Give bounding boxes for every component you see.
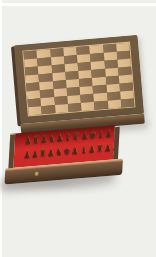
chess-box: ♟♜♟♞♟♝♛♟♚♝♟♜ ♟♟♜♟♞♚♟♝♟♜♟♟ bbox=[14, 35, 150, 195]
board-square bbox=[41, 105, 55, 114]
page-left-gutter bbox=[0, 0, 2, 257]
product-photo: ♟♜♟♞♟♝♛♟♚♝♟♜ ♟♟♜♟♞♚♟♝♟♜♟♟ bbox=[0, 0, 156, 257]
board-square bbox=[94, 101, 108, 110]
chess-piece: ♝ bbox=[97, 129, 104, 140]
chess-piece: ♟ bbox=[24, 135, 31, 146]
board-grid bbox=[22, 42, 135, 117]
chess-piece: ♚ bbox=[88, 130, 95, 141]
chess-piece: ♛ bbox=[72, 131, 79, 142]
board-square bbox=[28, 106, 42, 115]
chess-piece: ♟ bbox=[88, 144, 95, 155]
chess-piece: ♟ bbox=[72, 145, 79, 156]
chessboard bbox=[14, 35, 144, 124]
chess-piece: ♝ bbox=[64, 132, 71, 143]
chess-piece: ♟ bbox=[47, 147, 54, 158]
chess-piece: ♟ bbox=[105, 128, 112, 139]
chess-piece: ♝ bbox=[80, 145, 87, 156]
chess-piece: ♜ bbox=[32, 134, 39, 145]
chess-piece: ♜ bbox=[96, 143, 103, 154]
chess-piece: ♟ bbox=[31, 149, 38, 160]
board-square bbox=[55, 104, 69, 113]
chess-piece: ♟ bbox=[80, 130, 87, 141]
chess-piece: ♟ bbox=[40, 134, 47, 145]
chess-piece: ♟ bbox=[104, 143, 111, 154]
chess-piece: ♚ bbox=[64, 146, 71, 157]
chess-piece: ♟ bbox=[56, 132, 63, 143]
chess-piece: ♞ bbox=[56, 147, 63, 158]
board-square bbox=[121, 98, 135, 107]
drawer-right-wall bbox=[113, 127, 120, 160]
board-square bbox=[107, 100, 121, 109]
chess-piece: ♞ bbox=[48, 133, 55, 144]
chess-piece: ♟ bbox=[23, 149, 30, 160]
storage-drawer: ♟♜♟♞♟♝♛♟♚♝♟♜ ♟♟♜♟♞♚♟♝♟♜♟♟ bbox=[7, 124, 127, 187]
chess-piece: ♜ bbox=[39, 148, 46, 159]
board-square bbox=[68, 103, 82, 112]
page-top-gutter bbox=[0, 3, 156, 6]
board-square bbox=[81, 102, 95, 111]
